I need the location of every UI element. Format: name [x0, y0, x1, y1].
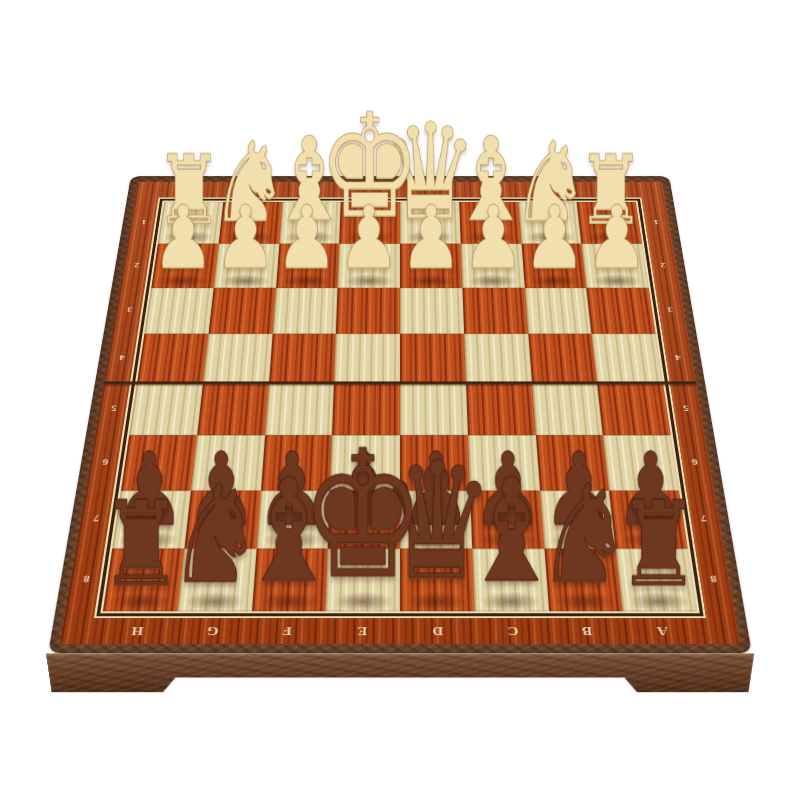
file-label: H	[126, 623, 149, 639]
rank-label: 5	[674, 403, 698, 414]
file-label: A	[651, 623, 674, 639]
file-label: F	[277, 623, 298, 639]
rank-label: 3	[118, 305, 141, 315]
rank-label: 4	[666, 353, 689, 363]
rank-label: 8	[73, 573, 100, 586]
rank-label: 2	[126, 261, 148, 270]
board-pieces: ♜♞♝♛♚♝♞♜♟♟♟♟♟♟♟♟♟♟♟♟♟♟♟♟♜♞♝♛♚♝♞♜	[103, 202, 697, 612]
file-label: D	[427, 623, 448, 639]
piece-white-pawn-f2[interactable]: ♟	[276, 243, 340, 287]
piece-white-pawn-d2[interactable]: ♟	[400, 243, 462, 287]
product-photo-scene: ♜♞♝♛♚♝♞♜♟♟♟♟♟♟♟♟♟♟♟♟♟♟♟♟♜♞♝♛♚♝♞♜ HGFEDCB…	[0, 0, 800, 800]
piece-white-pawn-e2[interactable]: ♟	[338, 243, 400, 287]
board-surface: ♜♞♝♛♚♝♞♜♟♟♟♟♟♟♟♟♟♟♟♟♟♟♟♟♜♞♝♛♚♝♞♜ HGFEDCB…	[60, 182, 740, 645]
file-label: E	[352, 623, 373, 639]
pawn-glyph: ♟	[400, 195, 462, 282]
piece-black-knight-g8[interactable]: ♞	[177, 549, 256, 611]
file-label: C	[502, 623, 523, 639]
board-front-rim	[46, 653, 755, 692]
file-label: G	[201, 623, 223, 639]
rank-label: 2	[652, 261, 674, 270]
pawn-glyph: ♟	[152, 195, 214, 282]
piece-white-pawn-c2[interactable]: ♟	[461, 243, 525, 287]
piece-white-pawn-a2[interactable]: ♟	[582, 243, 649, 287]
pawn-glyph: ♟	[214, 195, 276, 282]
piece-white-pawn-g2[interactable]: ♟	[213, 243, 278, 287]
rook-glyph: ♜	[99, 486, 183, 603]
piece-black-rook-h8[interactable]: ♜	[103, 549, 184, 611]
piece-white-pawn-h2[interactable]: ♟	[151, 243, 218, 287]
rank-label: 4	[110, 353, 133, 363]
pawn-glyph: ♟	[586, 195, 648, 282]
rank-label: 5	[102, 403, 126, 414]
chessboard: ♜♞♝♛♚♝♞♜♟♟♟♟♟♟♟♟♟♟♟♟♟♟♟♟♜♞♝♛♚♝♞♜ HGFEDCB…	[48, 176, 752, 653]
pawn-glyph: ♟	[338, 195, 400, 282]
piece-white-pawn-b2[interactable]: ♟	[521, 243, 586, 287]
file-label: B	[577, 623, 599, 639]
rank-label: 8	[700, 573, 727, 586]
pawn-glyph: ♟	[276, 195, 338, 282]
rank-label: 3	[659, 305, 682, 315]
pawn-glyph: ♟	[462, 195, 524, 282]
pawn-glyph: ♟	[524, 195, 586, 282]
